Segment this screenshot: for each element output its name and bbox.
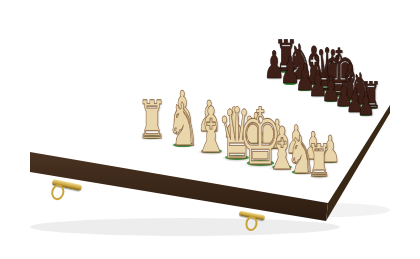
board-right-face	[326, 105, 390, 221]
chess-set-photo: AABBCCDDEEFFGGHH1122334455667788 ♜♞♝♛♚♝♞…	[0, 0, 420, 259]
board-shadow	[30, 218, 340, 236]
board-underside	[0, 0, 420, 259]
